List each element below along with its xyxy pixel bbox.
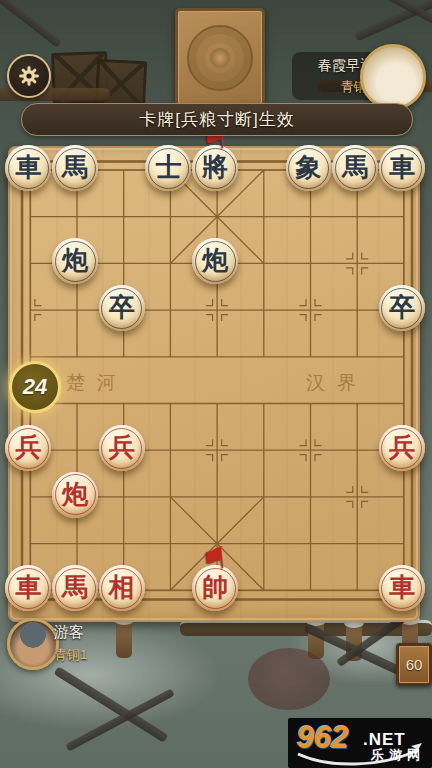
piece-glyph: 車 (5, 145, 51, 191)
piece-glyph: 相 (99, 565, 145, 611)
crate-decor (95, 59, 147, 110)
piece-black-卒[interactable]: 卒 (99, 285, 145, 331)
piece-red-兵[interactable]: 兵 (379, 425, 425, 471)
piece-black-炮[interactable]: 炮 (192, 238, 238, 284)
move-counter-badge: 24 (9, 361, 61, 413)
card-effect-text: 卡牌[兵粮寸断]生效 (139, 108, 294, 131)
player-avatar[interactable] (7, 618, 59, 670)
piece-glyph: 兵 (379, 425, 425, 471)
settings-button[interactable] (7, 54, 51, 98)
piece-black-將[interactable]: 將 (192, 145, 238, 191)
stake-decor (354, 0, 432, 41)
piece-black-車[interactable]: 車 (5, 145, 51, 191)
piece-glyph: 兵 (99, 425, 145, 471)
piece-red-兵[interactable]: 兵 (99, 425, 145, 471)
played-card-back (175, 8, 265, 108)
piece-glyph: 車 (379, 565, 425, 611)
watermark-962: 962 (297, 720, 349, 756)
piece-glyph: 卒 (99, 285, 145, 331)
site-watermark: 962 .NET 乐游网 (288, 718, 432, 768)
fence-post (116, 620, 132, 658)
piece-black-象[interactable]: 象 (286, 145, 332, 191)
piece-glyph: 馬 (332, 145, 378, 191)
piece-glyph: 炮 (52, 472, 98, 518)
piece-red-相[interactable]: 相 (99, 565, 145, 611)
piece-glyph: 兵 (5, 425, 51, 471)
piece-red-帥[interactable]: 帥 (192, 565, 238, 611)
piece-glyph: 帥 (192, 565, 238, 611)
piece-glyph: 炮 (192, 238, 238, 284)
piece-black-車[interactable]: 車 (379, 145, 425, 191)
xiangqi-board[interactable]: 楚河 汉界 (8, 146, 420, 622)
piece-red-車[interactable]: 車 (379, 565, 425, 611)
piece-red-車[interactable]: 車 (5, 565, 51, 611)
card-ornament (187, 25, 253, 91)
stake-decor (0, 0, 62, 48)
river-label-right: 汉界 (306, 370, 368, 396)
player-name: 游客 (54, 623, 84, 642)
piece-black-卒[interactable]: 卒 (379, 285, 425, 331)
deck-count-value: 60 (406, 656, 423, 673)
barricade-decor (65, 688, 175, 751)
move-counter-value: 24 (23, 374, 47, 400)
opponent-avatar[interactable] (360, 44, 426, 110)
piece-glyph: 卒 (379, 285, 425, 331)
card-effect-banner: 卡牌[兵粮寸断]生效 (21, 103, 413, 136)
game-screen: 春霞早退 青铜1 卡牌[兵粮寸断]生效 (0, 0, 432, 768)
piece-black-士[interactable]: 士 (145, 145, 191, 191)
piece-glyph: 士 (145, 145, 191, 191)
piece-glyph: 象 (286, 145, 332, 191)
piece-red-炮[interactable]: 炮 (52, 472, 98, 518)
deck-count-badge: 60 (396, 643, 432, 686)
player-rank-badge: 青铜1 (54, 646, 87, 664)
piece-glyph: 炮 (52, 238, 98, 284)
piece-glyph: 馬 (52, 145, 98, 191)
piece-black-炮[interactable]: 炮 (52, 238, 98, 284)
watermark-name: 乐游网 (371, 746, 425, 764)
piece-glyph: 車 (5, 565, 51, 611)
piece-glyph: 車 (379, 145, 425, 191)
gear-icon (17, 64, 41, 88)
piece-black-馬[interactable]: 馬 (332, 145, 378, 191)
piece-red-馬[interactable]: 馬 (52, 565, 98, 611)
piece-glyph: 將 (192, 145, 238, 191)
piece-black-馬[interactable]: 馬 (52, 145, 98, 191)
piece-red-兵[interactable]: 兵 (5, 425, 51, 471)
piece-glyph: 馬 (52, 565, 98, 611)
river-label-left: 楚河 (66, 370, 128, 396)
drum-decor (248, 648, 330, 710)
